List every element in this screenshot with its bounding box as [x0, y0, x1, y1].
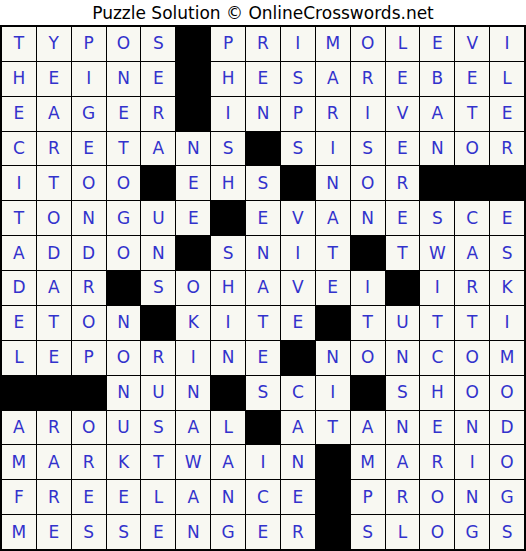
- letter-cell-r11c4: N: [107, 376, 141, 410]
- letter-cell-r8c1: D: [2, 271, 36, 305]
- letter-cell-r3c14: T: [455, 97, 489, 131]
- letter-cell-r11c10: I: [316, 376, 350, 410]
- letter-cell-r7c5: N: [141, 236, 175, 270]
- letter-cell-r15c7: G: [211, 515, 245, 549]
- letter-cell-r2c15: L: [490, 62, 524, 96]
- letter-cell-r11c14: O: [455, 376, 489, 410]
- letter-cell-r8c13: I: [420, 271, 454, 305]
- letter-cell-r4c9: S: [281, 132, 315, 166]
- letter-cell-r9c2: T: [37, 306, 71, 340]
- letter-cell-r12c9: A: [281, 411, 315, 445]
- letter-cell-r4c3: E: [72, 132, 106, 166]
- letter-cell-r13c5: T: [141, 445, 175, 479]
- black-cell-r1c6: [176, 27, 210, 61]
- letter-cell-r8c5: S: [141, 271, 175, 305]
- black-cell-r5c13: [420, 166, 454, 200]
- letter-cell-r9c3: O: [72, 306, 106, 340]
- letter-cell-r9c14: T: [455, 306, 489, 340]
- letter-cell-r10c3: P: [72, 341, 106, 375]
- letter-cell-r14c2: R: [37, 480, 71, 514]
- letter-cell-r11c9: C: [281, 376, 315, 410]
- letter-cell-r2c5: E: [141, 62, 175, 96]
- letter-cell-r1c15: I: [490, 27, 524, 61]
- letter-cell-r1c8: R: [246, 27, 280, 61]
- letter-cell-r10c4: O: [107, 341, 141, 375]
- letter-cell-r6c14: C: [455, 201, 489, 235]
- letter-cell-r5c1: I: [2, 166, 36, 200]
- letter-cell-r5c10: N: [316, 166, 350, 200]
- letter-cell-r12c4: U: [107, 411, 141, 445]
- letter-cell-r9c15: I: [490, 306, 524, 340]
- letter-cell-r13c11: M: [351, 445, 385, 479]
- letter-cell-r12c1: A: [2, 411, 36, 445]
- black-cell-r4c8: [246, 132, 280, 166]
- letter-cell-r10c14: O: [455, 341, 489, 375]
- letter-cell-r14c9: E: [281, 480, 315, 514]
- letter-cell-r2c3: I: [72, 62, 106, 96]
- letter-cell-r9c6: K: [176, 306, 210, 340]
- letter-cell-r4c13: N: [420, 132, 454, 166]
- letter-cell-r3c2: A: [37, 97, 71, 131]
- letter-cell-r10c5: R: [141, 341, 175, 375]
- title-bar: Puzzle Solution © OnlineCrosswords.net: [0, 0, 526, 25]
- letter-cell-r11c8: S: [246, 376, 280, 410]
- letter-cell-r14c13: O: [420, 480, 454, 514]
- letter-cell-r14c15: G: [490, 480, 524, 514]
- letter-cell-r7c8: N: [246, 236, 280, 270]
- letter-cell-r6c11: N: [351, 201, 385, 235]
- black-cell-r7c11: [351, 236, 385, 270]
- letter-cell-r11c12: S: [386, 376, 420, 410]
- letter-cell-r15c15: S: [490, 515, 524, 549]
- letter-cell-r12c3: O: [72, 411, 106, 445]
- black-cell-r11c7: [211, 376, 245, 410]
- letter-cell-r8c7: H: [211, 271, 245, 305]
- black-cell-r5c15: [490, 166, 524, 200]
- letter-cell-r12c13: E: [420, 411, 454, 445]
- letter-cell-r12c12: N: [386, 411, 420, 445]
- letter-cell-r9c7: I: [211, 306, 245, 340]
- letter-cell-r7c12: T: [386, 236, 420, 270]
- letter-cell-r2c14: E: [455, 62, 489, 96]
- letter-cell-r15c13: O: [420, 515, 454, 549]
- letter-cell-r1c11: O: [351, 27, 385, 61]
- black-cell-r11c1: [2, 376, 36, 410]
- letter-cell-r8c6: O: [176, 271, 210, 305]
- letter-cell-r12c15: D: [490, 411, 524, 445]
- black-cell-r10c9: [281, 341, 315, 375]
- letter-cell-r4c7: S: [211, 132, 245, 166]
- letter-cell-r15c12: L: [386, 515, 420, 549]
- black-cell-r5c9: [281, 166, 315, 200]
- black-cell-r11c2: [37, 376, 71, 410]
- letter-cell-r1c12: L: [386, 27, 420, 61]
- letter-cell-r2c8: E: [246, 62, 280, 96]
- black-cell-r8c12: [386, 271, 420, 305]
- letter-cell-r12c14: N: [455, 411, 489, 445]
- letter-cell-r15c2: E: [37, 515, 71, 549]
- letter-cell-r13c9: N: [281, 445, 315, 479]
- letter-cell-r2c1: H: [2, 62, 36, 96]
- letter-cell-r13c4: K: [107, 445, 141, 479]
- letter-cell-r9c13: T: [420, 306, 454, 340]
- letter-cell-r7c13: W: [420, 236, 454, 270]
- letter-cell-r14c6: A: [176, 480, 210, 514]
- letter-cell-r3c7: I: [211, 97, 245, 131]
- letter-cell-r1c2: Y: [37, 27, 71, 61]
- letter-cell-r10c15: M: [490, 341, 524, 375]
- letter-cell-r8c14: R: [455, 271, 489, 305]
- letter-cell-r15c1: M: [2, 515, 36, 549]
- letter-cell-r13c1: M: [2, 445, 36, 479]
- letter-cell-r6c10: A: [316, 201, 350, 235]
- letter-cell-r8c2: A: [37, 271, 71, 305]
- letter-cell-r7c2: D: [37, 236, 71, 270]
- letter-cell-r9c4: N: [107, 306, 141, 340]
- letter-cell-r8c8: A: [246, 271, 280, 305]
- letter-cell-r2c12: E: [386, 62, 420, 96]
- letter-cell-r2c10: A: [316, 62, 350, 96]
- black-cell-r9c10: [316, 306, 350, 340]
- letter-cell-r10c1: L: [2, 341, 36, 375]
- letter-cell-r1c3: P: [72, 27, 106, 61]
- black-cell-r5c5: [141, 166, 175, 200]
- letter-cell-r4c14: O: [455, 132, 489, 166]
- letter-cell-r2c4: N: [107, 62, 141, 96]
- letter-cell-r12c10: T: [316, 411, 350, 445]
- letter-cell-r10c12: N: [386, 341, 420, 375]
- letter-cell-r15c4: S: [107, 515, 141, 549]
- letter-cell-r7c3: D: [72, 236, 106, 270]
- letter-cell-r15c8: E: [246, 515, 280, 549]
- letter-cell-r2c9: S: [281, 62, 315, 96]
- letter-cell-r12c11: A: [351, 411, 385, 445]
- letter-cell-r13c7: A: [211, 445, 245, 479]
- letter-cell-r4c4: T: [107, 132, 141, 166]
- letter-cell-r3c8: N: [246, 97, 280, 131]
- letter-cell-r3c9: P: [281, 97, 315, 131]
- letter-cell-r7c9: I: [281, 236, 315, 270]
- letter-cell-r13c3: R: [72, 445, 106, 479]
- letter-cell-r10c10: N: [316, 341, 350, 375]
- black-cell-r13c10: [316, 445, 350, 479]
- letter-cell-r14c7: N: [211, 480, 245, 514]
- letter-cell-r4c6: N: [176, 132, 210, 166]
- letter-cell-r4c2: R: [37, 132, 71, 166]
- black-cell-r6c7: [211, 201, 245, 235]
- letter-cell-r6c15: E: [490, 201, 524, 235]
- letter-cell-r8c9: V: [281, 271, 315, 305]
- black-cell-r8c4: [107, 271, 141, 305]
- letter-cell-r4c5: A: [141, 132, 175, 166]
- letter-cell-r4c12: E: [386, 132, 420, 166]
- letter-cell-r1c7: P: [211, 27, 245, 61]
- letter-cell-r6c2: O: [37, 201, 71, 235]
- letter-cell-r1c14: V: [455, 27, 489, 61]
- letter-cell-r7c1: A: [2, 236, 36, 270]
- letter-cell-r13c15: O: [490, 445, 524, 479]
- letter-cell-r14c14: N: [455, 480, 489, 514]
- letter-cell-r6c6: E: [176, 201, 210, 235]
- crossword-grid: TYPOSPRIMOLEVIHEINEHESAREBELEAGERINPRIVA…: [0, 25, 526, 551]
- black-cell-r12c8: [246, 411, 280, 445]
- letter-cell-r5c6: E: [176, 166, 210, 200]
- letter-cell-r3c12: V: [386, 97, 420, 131]
- letter-cell-r14c8: C: [246, 480, 280, 514]
- letter-cell-r15c11: S: [351, 515, 385, 549]
- letter-cell-r12c7: L: [211, 411, 245, 445]
- letter-cell-r4c11: S: [351, 132, 385, 166]
- letter-cell-r5c7: H: [211, 166, 245, 200]
- letter-cell-r3c1: E: [2, 97, 36, 131]
- letter-cell-r11c15: O: [490, 376, 524, 410]
- letter-cell-r2c13: B: [420, 62, 454, 96]
- letter-cell-r8c15: K: [490, 271, 524, 305]
- letter-cell-r14c3: E: [72, 480, 106, 514]
- letter-cell-r13c6: W: [176, 445, 210, 479]
- letter-cell-r1c10: M: [316, 27, 350, 61]
- puzzle-solution-page: Puzzle Solution © OnlineCrosswords.net T…: [0, 0, 526, 551]
- letter-cell-r6c13: S: [420, 201, 454, 235]
- letter-cell-r6c3: N: [72, 201, 106, 235]
- letter-cell-r10c6: I: [176, 341, 210, 375]
- letter-cell-r14c4: E: [107, 480, 141, 514]
- letter-cell-r2c2: E: [37, 62, 71, 96]
- letter-cell-r14c12: R: [386, 480, 420, 514]
- letter-cell-r10c13: C: [420, 341, 454, 375]
- black-cell-r15c10: [316, 515, 350, 549]
- letter-cell-r5c2: T: [37, 166, 71, 200]
- letter-cell-r10c7: N: [211, 341, 245, 375]
- letter-cell-r15c9: R: [281, 515, 315, 549]
- letter-cell-r3c15: E: [490, 97, 524, 131]
- letter-cell-r1c4: O: [107, 27, 141, 61]
- black-cell-r9c5: [141, 306, 175, 340]
- letter-cell-r8c10: E: [316, 271, 350, 305]
- letter-cell-r13c8: I: [246, 445, 280, 479]
- black-cell-r3c6: [176, 97, 210, 131]
- letter-cell-r15c5: E: [141, 515, 175, 549]
- letter-cell-r5c11: O: [351, 166, 385, 200]
- letter-cell-r3c5: R: [141, 97, 175, 131]
- letter-cell-r5c8: S: [246, 166, 280, 200]
- letter-cell-r11c6: N: [176, 376, 210, 410]
- black-cell-r11c3: [72, 376, 106, 410]
- letter-cell-r6c12: E: [386, 201, 420, 235]
- letter-cell-r14c11: P: [351, 480, 385, 514]
- letter-cell-r4c15: R: [490, 132, 524, 166]
- letter-cell-r2c11: R: [351, 62, 385, 96]
- letter-cell-r1c1: T: [2, 27, 36, 61]
- letter-cell-r15c14: G: [455, 515, 489, 549]
- letter-cell-r9c1: E: [2, 306, 36, 340]
- black-cell-r2c6: [176, 62, 210, 96]
- letter-cell-r3c11: I: [351, 97, 385, 131]
- letter-cell-r9c12: U: [386, 306, 420, 340]
- letter-cell-r15c3: S: [72, 515, 106, 549]
- letter-cell-r9c9: E: [281, 306, 315, 340]
- letter-cell-r1c5: S: [141, 27, 175, 61]
- letter-cell-r12c5: S: [141, 411, 175, 445]
- letter-cell-r6c4: G: [107, 201, 141, 235]
- letter-cell-r6c5: U: [141, 201, 175, 235]
- letter-cell-r9c11: T: [351, 306, 385, 340]
- letter-cell-r11c13: H: [420, 376, 454, 410]
- letter-cell-r5c4: O: [107, 166, 141, 200]
- letter-cell-r13c13: R: [420, 445, 454, 479]
- letter-cell-r14c1: F: [2, 480, 36, 514]
- letter-cell-r10c11: O: [351, 341, 385, 375]
- letter-cell-r2c7: H: [211, 62, 245, 96]
- letter-cell-r3c3: G: [72, 97, 106, 131]
- black-cell-r5c14: [455, 166, 489, 200]
- letter-cell-r3c4: E: [107, 97, 141, 131]
- letter-cell-r11c5: U: [141, 376, 175, 410]
- page-title: Puzzle Solution © OnlineCrosswords.net: [92, 3, 434, 23]
- letter-cell-r13c14: I: [455, 445, 489, 479]
- letter-cell-r6c1: T: [2, 201, 36, 235]
- letter-cell-r7c4: O: [107, 236, 141, 270]
- letter-cell-r6c8: E: [246, 201, 280, 235]
- letter-cell-r13c12: A: [386, 445, 420, 479]
- letter-cell-r4c1: C: [2, 132, 36, 166]
- letter-cell-r8c11: I: [351, 271, 385, 305]
- letter-cell-r5c12: R: [386, 166, 420, 200]
- black-cell-r7c6: [176, 236, 210, 270]
- letter-cell-r7c15: S: [490, 236, 524, 270]
- letter-cell-r9c8: T: [246, 306, 280, 340]
- letter-cell-r3c10: R: [316, 97, 350, 131]
- black-cell-r14c10: [316, 480, 350, 514]
- letter-cell-r3c13: A: [420, 97, 454, 131]
- letter-cell-r7c14: A: [455, 236, 489, 270]
- letter-cell-r12c6: A: [176, 411, 210, 445]
- letter-cell-r13c2: A: [37, 445, 71, 479]
- letter-cell-r7c10: T: [316, 236, 350, 270]
- letter-cell-r7c7: S: [211, 236, 245, 270]
- letter-cell-r14c5: L: [141, 480, 175, 514]
- letter-cell-r12c2: R: [37, 411, 71, 445]
- letter-cell-r15c6: N: [176, 515, 210, 549]
- letter-cell-r4c10: I: [316, 132, 350, 166]
- letter-cell-r10c2: E: [37, 341, 71, 375]
- black-cell-r11c11: [351, 376, 385, 410]
- letter-cell-r8c3: R: [72, 271, 106, 305]
- letter-cell-r1c13: E: [420, 27, 454, 61]
- letter-cell-r1c9: I: [281, 27, 315, 61]
- letter-cell-r6c9: V: [281, 201, 315, 235]
- letter-cell-r10c8: E: [246, 341, 280, 375]
- letter-cell-r5c3: O: [72, 166, 106, 200]
